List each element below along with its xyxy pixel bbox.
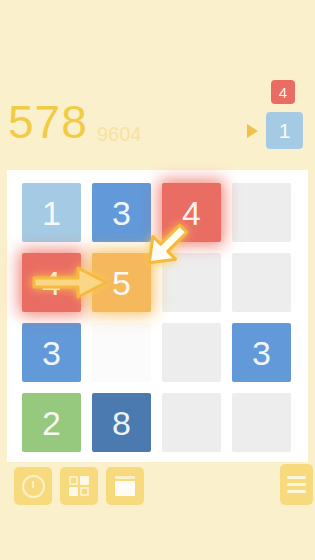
tile-1-r1c1: 1 <box>22 183 81 242</box>
blocks-button[interactable] <box>60 467 98 505</box>
board-cell-r2c4 <box>232 253 291 312</box>
board[interactable]: 134453328 <box>7 170 308 462</box>
window-icon <box>115 476 135 496</box>
board-cell-r4c4 <box>232 393 291 452</box>
clock-icon <box>22 475 45 498</box>
merge-arrow-down-left-icon <box>137 215 197 275</box>
tile-2-r4c1: 2 <box>22 393 81 452</box>
best-score: 9604 <box>97 124 145 144</box>
score-value: 578 <box>8 99 88 145</box>
game-screen: 578 9604 4 1 134453328 <box>0 0 315 560</box>
queue-next-tile: 1 <box>266 112 303 149</box>
queue-after-tile: 4 <box>271 80 295 104</box>
tile-3-r3c1: 3 <box>22 323 81 382</box>
blocks-icon <box>69 476 89 496</box>
merge-arrow-right-icon <box>32 266 110 299</box>
board-cell-r1c4 <box>232 183 291 242</box>
board-button[interactable] <box>106 467 144 505</box>
best-score-value: 9604 <box>97 124 142 144</box>
board-cell-r3c2 <box>92 323 151 382</box>
hamburger-icon <box>287 476 306 479</box>
menu-button[interactable] <box>280 464 313 505</box>
board-cell-r3c3 <box>162 323 221 382</box>
tile-8-r4c2: 8 <box>92 393 151 452</box>
tile-3-r3c4: 3 <box>232 323 291 382</box>
clock-button[interactable] <box>14 467 52 505</box>
next-arrow-icon <box>247 124 258 138</box>
board-cell-r4c3 <box>162 393 221 452</box>
